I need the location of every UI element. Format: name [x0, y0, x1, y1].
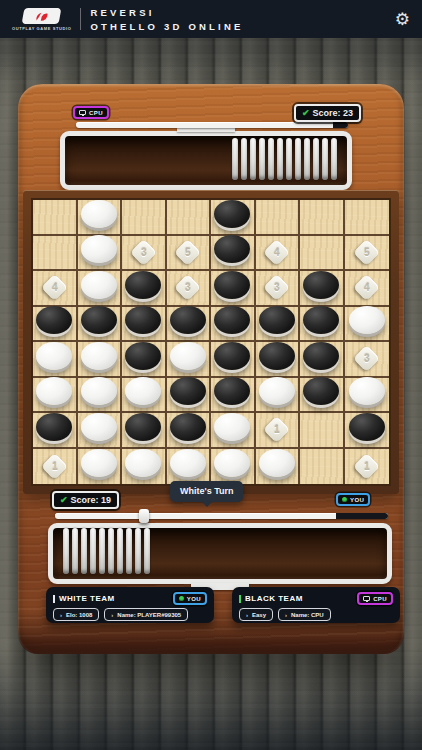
- board-cell-h8[interactable]: 1: [345, 449, 390, 485]
- black-disc: [259, 342, 295, 370]
- flip-count-label: 1: [364, 461, 370, 472]
- stacked-disc-edge: [117, 528, 123, 574]
- black-disc: [303, 271, 339, 299]
- board-cell-e3[interactable]: [211, 271, 256, 307]
- board-cell-b4[interactable]: [78, 307, 123, 343]
- board-cell-h1[interactable]: [345, 200, 390, 236]
- difficulty-label: Easy: [252, 612, 266, 618]
- flip-count-label: 3: [140, 247, 146, 258]
- board-cell-d5[interactable]: [167, 342, 212, 378]
- board-cell-b3[interactable]: [78, 271, 123, 307]
- board-cell-g2[interactable]: [300, 236, 345, 272]
- flip-count-label: 4: [274, 247, 280, 258]
- cpu-badge-top: CPU: [73, 106, 109, 119]
- board-cell-g1[interactable]: [300, 200, 345, 236]
- you-badge-panel: YOU: [173, 592, 207, 605]
- board-cell-g6[interactable]: [300, 378, 345, 414]
- stacked-disc-edge: [81, 528, 87, 574]
- board-cell-a7[interactable]: [33, 413, 78, 449]
- white-disc: [349, 377, 385, 405]
- white-disc: [81, 200, 117, 228]
- valid-move-hint[interactable]: 3: [174, 274, 201, 301]
- stacked-disc-edge: [259, 138, 265, 180]
- black-score-label: Score: 23: [313, 108, 354, 118]
- black-disc: [214, 342, 250, 370]
- board-cell-g8[interactable]: [300, 449, 345, 485]
- black-disc: [214, 271, 250, 299]
- check-icon: ✔: [60, 495, 68, 505]
- stacked-disc-edge: [268, 138, 274, 180]
- flip-count-label: 1: [51, 461, 57, 472]
- studio-logo-icon: [22, 8, 62, 24]
- board-cell-a4[interactable]: [33, 307, 78, 343]
- black-team-title: BLACK TEAM: [245, 594, 353, 603]
- monitor-icon: [79, 110, 86, 115]
- white-team-color-bar: [53, 595, 55, 603]
- flip-count-label: 3: [185, 282, 191, 293]
- board-cell-h2[interactable]: 5: [345, 236, 390, 272]
- stacked-disc-edge: [72, 528, 78, 574]
- black-team-panel: BLACK TEAM CPU › Easy › Name: CPU: [232, 587, 400, 623]
- black-disc: [214, 235, 250, 263]
- board-cell-f1[interactable]: [256, 200, 301, 236]
- white-disc: [36, 342, 72, 370]
- board-cell-g5[interactable]: [300, 342, 345, 378]
- board-cell-g3[interactable]: [300, 271, 345, 307]
- cpu-badge-panel: CPU: [357, 592, 393, 605]
- board-cell-h3[interactable]: 4: [345, 271, 390, 307]
- valid-move-hint[interactable]: 1: [41, 453, 68, 480]
- check-icon: ✔: [302, 108, 310, 118]
- player-name-label: Name: PLAYER#99305: [117, 612, 181, 618]
- online-dot-icon: [342, 497, 347, 502]
- elo-button[interactable]: › Elo: 1008: [53, 608, 99, 621]
- stacked-disc-edge: [241, 138, 247, 180]
- board-cell-c7[interactable]: [122, 413, 167, 449]
- board-cell-b2[interactable]: [78, 236, 123, 272]
- black-disc: [259, 306, 295, 334]
- elo-label: Elo: 1008: [66, 612, 92, 618]
- black-progress-remainder: [333, 122, 348, 128]
- white-disc: [170, 449, 206, 477]
- white-disc: [81, 235, 117, 263]
- black-disc-stack: [232, 138, 337, 180]
- white-disc: [81, 413, 117, 441]
- online-dot-icon: [179, 596, 184, 601]
- valid-move-hint[interactable]: 4: [41, 274, 68, 301]
- board-cell-a8[interactable]: 1: [33, 449, 78, 485]
- board-cell-b5[interactable]: [78, 342, 123, 378]
- board-cell-h6[interactable]: [345, 378, 390, 414]
- chevron-right-icon: ›: [60, 612, 62, 618]
- board-cell-b8[interactable]: [78, 449, 123, 485]
- stacked-disc-edge: [250, 138, 256, 180]
- flip-count-label: 1: [274, 424, 280, 435]
- black-disc: [214, 306, 250, 334]
- black-disc-tray: [60, 131, 352, 190]
- board-cell-c1[interactable]: [122, 200, 167, 236]
- board-cell-e5[interactable]: [211, 342, 256, 378]
- valid-move-hint[interactable]: 3: [130, 239, 157, 266]
- stacked-disc-edge: [304, 138, 310, 180]
- stacked-disc-edge: [90, 528, 96, 574]
- flip-count-label: 3: [364, 353, 370, 364]
- white-disc: [81, 377, 117, 405]
- game-title: REVERSI OTHELLO 3D ONLINE: [90, 7, 243, 32]
- board-cell-a6[interactable]: [33, 378, 78, 414]
- board-cell-b1[interactable]: [78, 200, 123, 236]
- white-disc: [259, 377, 295, 405]
- board-cell-c8[interactable]: [122, 449, 167, 485]
- black-disc: [36, 413, 72, 441]
- stacked-disc-edge: [108, 528, 114, 574]
- stacked-disc-edge: [331, 138, 337, 180]
- white-disc: [81, 342, 117, 370]
- stacked-disc-edge: [313, 138, 319, 180]
- board-cell-f5[interactable]: [256, 342, 301, 378]
- board-cell-c5[interactable]: [122, 342, 167, 378]
- board-cell-f4[interactable]: [256, 307, 301, 343]
- turn-indicator: White's Turn: [170, 481, 243, 502]
- chevron-right-icon: ›: [246, 612, 248, 618]
- white-score-badge: ✔ Score: 19: [52, 491, 119, 509]
- stacked-disc-edge: [295, 138, 301, 180]
- black-disc: [125, 413, 161, 441]
- board-cell-e8[interactable]: [211, 449, 256, 485]
- board-cell-a2[interactable]: [33, 236, 78, 272]
- board-cell-h5[interactable]: 3: [345, 342, 390, 378]
- white-disc: [259, 449, 295, 477]
- black-disc: [125, 271, 161, 299]
- black-disc: [303, 306, 339, 334]
- board-cell-f7[interactable]: 1: [256, 413, 301, 449]
- board-cell-d8[interactable]: [167, 449, 212, 485]
- board-cell-e2[interactable]: [211, 236, 256, 272]
- white-team-title: WHITE TEAM: [59, 594, 169, 603]
- board-cell-c6[interactable]: [122, 378, 167, 414]
- board-cell-g4[interactable]: [300, 307, 345, 343]
- stacked-disc-edge: [126, 528, 132, 574]
- white-disc: [36, 377, 72, 405]
- board-cell-a5[interactable]: [33, 342, 78, 378]
- valid-move-hint[interactable]: 5: [353, 239, 380, 266]
- board-cell-d1[interactable]: [167, 200, 212, 236]
- board-cell-c3[interactable]: [122, 271, 167, 307]
- cpu-name-button[interactable]: › Name: CPU: [278, 608, 331, 621]
- white-team-panel: WHITE TEAM YOU › Elo: 1008 › Name: PLAYE…: [46, 587, 214, 623]
- black-disc: [170, 413, 206, 441]
- white-score-label: Score: 19: [71, 495, 112, 505]
- difficulty-button[interactable]: › Easy: [239, 608, 273, 621]
- red-swirl-icon: [33, 10, 51, 21]
- flip-count-label: 5: [364, 247, 370, 258]
- slab-bottom-edge: [18, 634, 404, 654]
- board-cell-c2[interactable]: 3: [122, 236, 167, 272]
- board-cell-a1[interactable]: [33, 200, 78, 236]
- valid-move-hint[interactable]: 3: [263, 274, 290, 301]
- white-disc: [125, 377, 161, 405]
- board-cell-e6[interactable]: [211, 378, 256, 414]
- game-screen: OUTPLAY GAME STUDIO REVERSI OTHELLO 3D O…: [0, 0, 422, 750]
- stacked-disc-edge: [99, 528, 105, 574]
- board-cell-d3[interactable]: 3: [167, 271, 212, 307]
- valid-move-hint[interactable]: 4: [263, 239, 290, 266]
- board-cell-d7[interactable]: [167, 413, 212, 449]
- black-disc: [214, 377, 250, 405]
- flip-count-label: 5: [185, 247, 191, 258]
- you-badge-bottom: YOU: [336, 493, 370, 506]
- board-cell-a3[interactable]: 4: [33, 271, 78, 307]
- settings-gear-icon[interactable]: ⚙: [395, 11, 410, 28]
- board-cell-d4[interactable]: [167, 307, 212, 343]
- white-disc: [170, 342, 206, 370]
- flip-count-label: 3: [274, 282, 280, 293]
- board-cell-e7[interactable]: [211, 413, 256, 449]
- white-disc: [349, 306, 385, 334]
- board-frame: 354543343111: [23, 190, 399, 494]
- cpu-badge-label: CPU: [373, 596, 387, 602]
- board-cell-h7[interactable]: [345, 413, 390, 449]
- title-line-2: OTHELLO 3D ONLINE: [90, 21, 243, 32]
- white-disc: [125, 449, 161, 477]
- black-disc: [36, 306, 72, 334]
- black-team-color-bar: [239, 595, 241, 603]
- othello-board: 354543343111: [31, 198, 391, 486]
- chevron-right-icon: ›: [285, 612, 287, 618]
- black-disc: [170, 306, 206, 334]
- black-disc: [214, 200, 250, 228]
- monitor-icon: [363, 596, 370, 601]
- studio-name: OUTPLAY GAME STUDIO: [12, 26, 71, 31]
- black-disc: [125, 306, 161, 334]
- white-progress-remainder: [336, 513, 388, 519]
- board-cell-e4[interactable]: [211, 307, 256, 343]
- header-divider: [80, 8, 81, 30]
- board-cell-h4[interactable]: [345, 307, 390, 343]
- stacked-disc-edge: [232, 138, 238, 180]
- flip-count-label: 4: [51, 282, 57, 293]
- board-cell-d2[interactable]: 5: [167, 236, 212, 272]
- stacked-disc-edge: [322, 138, 328, 180]
- stacked-disc-edge: [135, 528, 141, 574]
- black-disc: [81, 306, 117, 334]
- you-badge-label: YOU: [350, 497, 364, 503]
- slider-handle[interactable]: [139, 509, 149, 523]
- board-cell-f8[interactable]: [256, 449, 301, 485]
- black-disc: [349, 413, 385, 441]
- white-disc-stack: [63, 528, 150, 574]
- board-cell-d6[interactable]: [167, 378, 212, 414]
- studio-logo: OUTPLAY GAME STUDIO: [12, 8, 71, 31]
- board-cell-b7[interactable]: [78, 413, 123, 449]
- cpu-badge-label: CPU: [89, 110, 103, 116]
- board-cell-e1[interactable]: [211, 200, 256, 236]
- title-line-1: REVERSI: [90, 7, 243, 18]
- board-cell-f3[interactable]: 3: [256, 271, 301, 307]
- black-disc: [125, 342, 161, 370]
- valid-move-hint[interactable]: 5: [174, 239, 201, 266]
- black-disc: [303, 377, 339, 405]
- you-badge-label: YOU: [187, 596, 201, 602]
- black-disc: [170, 377, 206, 405]
- stacked-disc-edge: [144, 528, 150, 574]
- white-disc: [214, 413, 250, 441]
- player-name-button[interactable]: › Name: PLAYER#99305: [104, 608, 188, 621]
- stacked-disc-edge: [63, 528, 69, 574]
- white-disc: [81, 449, 117, 477]
- flip-count-label: 4: [364, 282, 370, 293]
- board-cell-f6[interactable]: [256, 378, 301, 414]
- cpu-name-label: Name: CPU: [291, 612, 324, 618]
- black-disc: [303, 342, 339, 370]
- valid-move-hint[interactable]: 1: [263, 416, 290, 443]
- stacked-disc-edge: [277, 138, 283, 180]
- valid-move-hint[interactable]: 4: [353, 274, 380, 301]
- white-progress-bar: [55, 513, 388, 519]
- header-bar: OUTPLAY GAME STUDIO REVERSI OTHELLO 3D O…: [0, 0, 422, 38]
- board-cell-g7[interactable]: [300, 413, 345, 449]
- stacked-disc-edge: [286, 138, 292, 180]
- valid-move-hint[interactable]: 3: [353, 345, 380, 372]
- board-cell-f2[interactable]: 4: [256, 236, 301, 272]
- white-disc: [214, 449, 250, 477]
- black-progress-bar: [76, 122, 348, 128]
- board-cell-c4[interactable]: [122, 307, 167, 343]
- board-cell-b6[interactable]: [78, 378, 123, 414]
- black-score-badge: ✔ Score: 23: [294, 104, 361, 122]
- white-disc: [81, 271, 117, 299]
- white-disc-tray: [48, 523, 392, 584]
- chevron-right-icon: ›: [111, 612, 113, 618]
- valid-move-hint[interactable]: 1: [353, 453, 380, 480]
